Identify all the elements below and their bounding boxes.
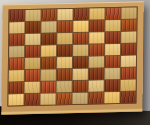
square-d8[interactable] bbox=[57, 9, 72, 20]
square-d2[interactable] bbox=[57, 81, 72, 92]
square-d5[interactable] bbox=[57, 45, 72, 56]
square-a2[interactable] bbox=[9, 82, 24, 93]
square-e5[interactable] bbox=[73, 45, 88, 56]
chessboard bbox=[1, 1, 143, 114]
square-f8[interactable] bbox=[89, 8, 104, 19]
square-e8[interactable] bbox=[73, 9, 88, 20]
square-a6[interactable] bbox=[9, 34, 24, 45]
board-grid bbox=[8, 8, 136, 106]
square-c4[interactable] bbox=[41, 57, 56, 68]
square-g7[interactable] bbox=[105, 20, 120, 31]
square-g3[interactable] bbox=[105, 68, 120, 79]
square-h7[interactable] bbox=[121, 20, 136, 31]
square-a7[interactable] bbox=[9, 22, 24, 33]
square-c6[interactable] bbox=[41, 33, 56, 44]
square-g2[interactable] bbox=[105, 80, 120, 91]
square-b4[interactable] bbox=[25, 58, 40, 69]
square-g8[interactable] bbox=[105, 8, 120, 19]
square-a3[interactable] bbox=[9, 70, 24, 81]
square-d1[interactable] bbox=[56, 93, 71, 104]
square-h4[interactable] bbox=[121, 56, 136, 67]
square-b3[interactable] bbox=[25, 70, 40, 81]
square-a5[interactable] bbox=[9, 46, 24, 57]
square-h5[interactable] bbox=[121, 44, 136, 55]
square-b8[interactable] bbox=[25, 10, 40, 21]
square-h2[interactable] bbox=[121, 80, 136, 91]
square-g6[interactable] bbox=[105, 32, 120, 43]
square-b1[interactable] bbox=[24, 94, 39, 105]
square-e4[interactable] bbox=[73, 57, 88, 68]
square-e7[interactable] bbox=[73, 21, 88, 32]
square-f1[interactable] bbox=[88, 92, 103, 103]
square-f6[interactable] bbox=[89, 32, 104, 43]
square-e3[interactable] bbox=[73, 69, 88, 80]
square-d4[interactable] bbox=[57, 57, 72, 68]
square-h1[interactable] bbox=[120, 92, 135, 103]
square-c1[interactable] bbox=[40, 93, 55, 104]
square-b5[interactable] bbox=[25, 46, 40, 57]
square-e6[interactable] bbox=[73, 33, 88, 44]
square-d3[interactable] bbox=[57, 69, 72, 80]
square-c2[interactable] bbox=[41, 81, 56, 92]
square-h8[interactable] bbox=[121, 8, 136, 19]
square-b6[interactable] bbox=[25, 34, 40, 45]
square-a1[interactable] bbox=[8, 94, 23, 105]
square-e2[interactable] bbox=[73, 81, 88, 92]
square-a8[interactable] bbox=[9, 10, 24, 21]
square-f3[interactable] bbox=[89, 68, 104, 79]
photo-scene bbox=[0, 0, 150, 125]
square-e1[interactable] bbox=[72, 93, 87, 104]
square-c8[interactable] bbox=[41, 9, 56, 20]
square-g5[interactable] bbox=[105, 44, 120, 55]
square-g1[interactable] bbox=[104, 92, 119, 103]
square-f4[interactable] bbox=[89, 56, 104, 67]
square-c5[interactable] bbox=[41, 45, 56, 56]
square-d7[interactable] bbox=[57, 21, 72, 32]
square-b2[interactable] bbox=[25, 82, 40, 93]
square-f5[interactable] bbox=[89, 44, 104, 55]
square-c3[interactable] bbox=[41, 69, 56, 80]
square-c7[interactable] bbox=[41, 21, 56, 32]
square-b7[interactable] bbox=[25, 22, 40, 33]
board-frame-inner-border bbox=[7, 7, 137, 107]
square-f7[interactable] bbox=[89, 20, 104, 31]
square-d6[interactable] bbox=[57, 33, 72, 44]
square-a4[interactable] bbox=[9, 58, 24, 69]
square-g4[interactable] bbox=[105, 56, 120, 67]
square-f2[interactable] bbox=[89, 80, 104, 91]
square-h3[interactable] bbox=[121, 68, 136, 79]
square-h6[interactable] bbox=[121, 32, 136, 43]
board-frame-highlight bbox=[3, 1, 144, 5]
